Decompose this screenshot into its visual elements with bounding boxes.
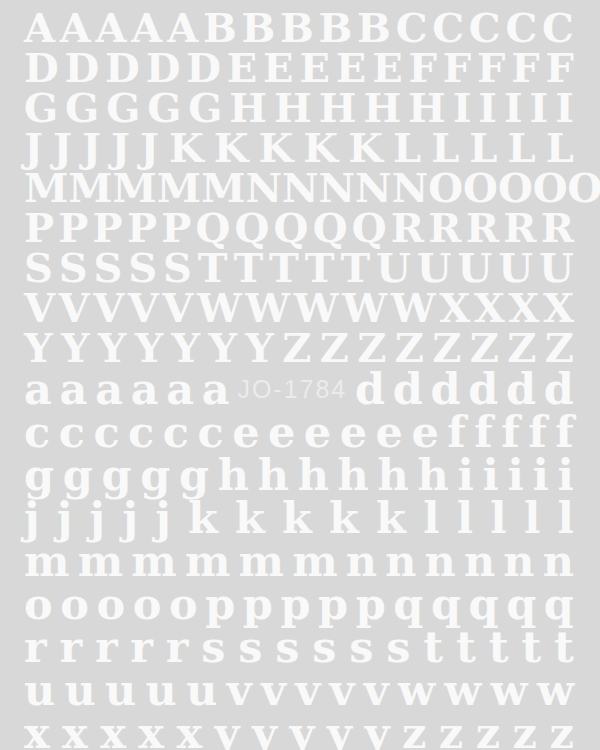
sticker-letter-F[interactable]: F xyxy=(511,48,539,88)
sticker-letter-T[interactable]: T xyxy=(233,248,263,288)
sticker-letter-N[interactable]: N xyxy=(319,168,356,208)
sticker-letter-A[interactable]: A xyxy=(60,8,91,48)
sticker-letter-u[interactable]: u xyxy=(105,669,136,712)
sticker-letter-Z[interactable]: Z xyxy=(320,328,349,368)
sticker-letter-r[interactable]: r xyxy=(130,626,153,669)
sticker-letter-k[interactable]: k xyxy=(376,497,406,540)
sticker-letter-e[interactable]: e xyxy=(411,411,438,454)
sticker-letter-H[interactable]: H xyxy=(229,88,267,128)
sticker-letter-G[interactable]: G xyxy=(106,88,140,128)
sticker-row-11: cccccceeeeeefffff xyxy=(24,411,574,454)
sticker-letter-X[interactable]: X xyxy=(508,288,539,328)
sticker-letter-l[interactable]: l xyxy=(490,497,506,540)
sticker-letter-p[interactable]: p xyxy=(318,583,348,626)
sticker-letter-D[interactable]: D xyxy=(186,48,221,88)
sticker-letter-f[interactable]: f xyxy=(528,411,547,454)
sticker-letter-k[interactable]: k xyxy=(235,497,265,540)
sticker-letter-H[interactable]: H xyxy=(363,88,401,128)
sticker-letter-V[interactable]: V xyxy=(162,288,193,328)
sticker-letter-g[interactable]: g xyxy=(102,454,132,497)
sticker-letter-O[interactable]: O xyxy=(568,168,600,208)
sticker-letter-L[interactable]: L xyxy=(508,128,536,168)
sticker-letter-h[interactable]: h xyxy=(338,454,369,497)
product-code: JO-1784 xyxy=(237,377,347,402)
sticker-letter-W[interactable]: W xyxy=(391,288,436,328)
sticker-letter-B[interactable]: B xyxy=(203,8,237,48)
sticker-row-10: aaaaaaJO-1784dddddd xyxy=(24,368,574,411)
sticker-letter-v[interactable]: v xyxy=(364,669,389,712)
sticker-letter-h[interactable]: h xyxy=(378,454,409,497)
sticker-letter-D[interactable]: D xyxy=(105,48,140,88)
sticker-letter-j[interactable]: j xyxy=(122,497,138,540)
sticker-letter-R[interactable]: R xyxy=(428,208,461,248)
sticker-letter-C[interactable]: C xyxy=(432,8,464,48)
sticker-letter-y[interactable]: y xyxy=(252,712,277,750)
sticker-letter-a[interactable]: a xyxy=(202,368,230,411)
sticker-letter-c[interactable]: c xyxy=(163,411,189,454)
sticker-letter-l[interactable]: l xyxy=(557,497,573,540)
sticker-letter-r[interactable]: r xyxy=(59,626,82,669)
sticker-letter-c[interactable]: c xyxy=(93,411,119,454)
sticker-letter-O[interactable]: O xyxy=(533,168,568,208)
sticker-letter-F[interactable]: F xyxy=(443,48,471,88)
sticker-letter-t[interactable]: t xyxy=(554,626,574,669)
sticker-letter-L[interactable]: L xyxy=(469,128,497,168)
sticker-letter-T[interactable]: T xyxy=(305,248,335,288)
sticker-letter-D[interactable]: D xyxy=(24,48,59,88)
sticker-letter-Y[interactable]: Y xyxy=(208,328,237,368)
sticker-letter-P[interactable]: P xyxy=(127,208,157,248)
sticker-letter-h[interactable]: h xyxy=(298,454,329,497)
sticker-letter-X[interactable]: X xyxy=(543,288,574,328)
sticker-letter-v[interactable]: v xyxy=(227,669,252,712)
sticker-letter-d[interactable]: d xyxy=(506,368,536,411)
sticker-letter-z[interactable]: z xyxy=(513,712,537,750)
sticker-letter-y[interactable]: y xyxy=(364,712,389,750)
sticker-letter-S[interactable]: S xyxy=(163,248,192,288)
sticker-letter-g[interactable]: g xyxy=(140,454,170,497)
sticker-letter-q[interactable]: q xyxy=(431,583,461,626)
sticker-letter-m[interactable]: m xyxy=(239,540,285,583)
sticker-letter-Z[interactable]: Z xyxy=(395,328,424,368)
sticker-letter-x[interactable]: x xyxy=(62,712,88,750)
sticker-letter-D[interactable]: D xyxy=(65,48,100,88)
sticker-letter-H[interactable]: H xyxy=(408,88,446,128)
sticker-letter-F[interactable]: F xyxy=(546,48,574,88)
sticker-letter-j[interactable]: j xyxy=(90,497,106,540)
sticker-row-6: PPPPPQQQQQRRRRR xyxy=(24,208,574,248)
sticker-letter-m[interactable]: m xyxy=(131,540,177,583)
sticker-letter-y[interactable]: y xyxy=(327,712,352,750)
sticker-letter-t[interactable]: t xyxy=(456,626,476,669)
sticker-letter-P[interactable]: P xyxy=(24,208,54,248)
sticker-letter-m[interactable]: m xyxy=(292,540,338,583)
sticker-letter-n[interactable]: n xyxy=(346,540,377,583)
sticker-letter-q[interactable]: q xyxy=(393,583,423,626)
sticker-letter-p[interactable]: p xyxy=(280,583,310,626)
sticker-letter-O[interactable]: O xyxy=(498,168,533,208)
sticker-letter-Q[interactable]: Q xyxy=(195,208,230,248)
sticker-letter-k[interactable]: k xyxy=(329,497,359,540)
sticker-letter-S[interactable]: S xyxy=(59,248,88,288)
sticker-letter-h[interactable]: h xyxy=(417,454,448,497)
sticker-letter-M[interactable]: M xyxy=(201,168,245,208)
sticker-letter-z[interactable]: z xyxy=(439,712,463,750)
sticker-letter-h[interactable]: h xyxy=(258,454,289,497)
sticker-letter-w[interactable]: w xyxy=(537,669,574,712)
sticker-letter-j[interactable]: j xyxy=(57,497,73,540)
sticker-row-7: SSSSSTTTTTUUUUU xyxy=(24,248,574,288)
sticker-letter-s[interactable]: s xyxy=(386,626,410,669)
sticker-letter-K[interactable]: K xyxy=(214,128,249,168)
sticker-letter-Y[interactable]: Y xyxy=(61,328,90,368)
sticker-letter-e[interactable]: e xyxy=(232,411,259,454)
sticker-letter-Z[interactable]: Z xyxy=(357,328,386,368)
sticker-letter-Y[interactable]: Y xyxy=(135,328,164,368)
sticker-letter-M[interactable]: M xyxy=(68,168,112,208)
sticker-letter-D[interactable]: D xyxy=(146,48,181,88)
sticker-letter-B[interactable]: B xyxy=(319,8,353,48)
sticker-letter-E[interactable]: E xyxy=(372,48,403,88)
sticker-letter-K[interactable]: K xyxy=(169,128,204,168)
sticker-letter-q[interactable]: q xyxy=(469,583,499,626)
sticker-letter-t[interactable]: t xyxy=(423,626,443,669)
sticker-letter-Y[interactable]: Y xyxy=(98,328,127,368)
sticker-letter-l[interactable]: l xyxy=(457,497,473,540)
sticker-row-17: uuuuuvvvvvwwww xyxy=(24,669,574,712)
sticker-letter-d[interactable]: d xyxy=(468,368,498,411)
sticker-letter-U[interactable]: U xyxy=(417,248,452,288)
sticker-letter-x[interactable]: x xyxy=(100,712,126,750)
sticker-letter-s[interactable]: s xyxy=(238,626,262,669)
sticker-row-18: xxxxxyyyyyzzzzz xyxy=(24,712,574,750)
sticker-letter-q[interactable]: q xyxy=(544,583,574,626)
sticker-letter-Q[interactable]: Q xyxy=(274,208,309,248)
sticker-letter-e[interactable]: e xyxy=(268,411,295,454)
sticker-letter-K[interactable]: K xyxy=(303,128,338,168)
sticker-letter-J[interactable]: J xyxy=(53,128,72,168)
sticker-letter-a[interactable]: a xyxy=(60,368,88,411)
sticker-row-8: VVVVVWWWWWXXXX xyxy=(24,288,574,328)
sticker-letter-O[interactable]: O xyxy=(428,168,463,208)
sticker-row-16: rrrrrssssssttttt xyxy=(24,626,574,669)
sticker-letter-I[interactable]: I xyxy=(530,88,549,128)
sticker-letter-Q[interactable]: Q xyxy=(313,208,348,248)
sticker-letter-Y[interactable]: Y xyxy=(172,328,201,368)
sticker-letter-i[interactable]: i xyxy=(482,454,498,497)
sticker-letter-j[interactable]: j xyxy=(24,497,40,540)
sticker-letter-L[interactable]: L xyxy=(546,128,574,168)
sticker-letter-T[interactable]: T xyxy=(340,248,370,288)
sticker-letter-f[interactable]: f xyxy=(474,411,493,454)
sticker-letter-o[interactable]: o xyxy=(24,583,53,626)
sticker-letter-M[interactable]: M xyxy=(157,168,201,208)
sticker-letter-c[interactable]: c xyxy=(24,411,50,454)
sticker-letter-f[interactable]: f xyxy=(555,411,574,454)
sticker-letter-Z[interactable]: Z xyxy=(282,328,311,368)
sticker-letter-Z[interactable]: Z xyxy=(470,328,499,368)
sticker-letter-P[interactable]: P xyxy=(58,208,88,248)
sticker-letter-n[interactable]: n xyxy=(464,540,495,583)
sticker-letter-r[interactable]: r xyxy=(95,626,118,669)
sticker-letter-C[interactable]: C xyxy=(396,8,428,48)
sticker-letter-K[interactable]: K xyxy=(348,128,383,168)
sticker-letter-h[interactable]: h xyxy=(218,454,249,497)
sticker-letter-d[interactable]: d xyxy=(544,368,574,411)
sticker-letter-X[interactable]: X xyxy=(474,288,505,328)
sticker-row-2: DDDDDEEEEEFFFFF xyxy=(24,48,574,88)
sticker-letter-e[interactable]: e xyxy=(376,411,403,454)
sticker-letter-T[interactable]: T xyxy=(269,248,299,288)
sticker-row-12: ggggghhhhhhiiiii xyxy=(24,454,574,497)
sticker-letter-m[interactable]: m xyxy=(185,540,231,583)
sticker-letter-N[interactable]: N xyxy=(392,168,429,208)
sticker-letter-x[interactable]: x xyxy=(24,712,50,750)
sticker-letter-K[interactable]: K xyxy=(259,128,294,168)
sticker-letter-J[interactable]: J xyxy=(111,128,130,168)
sticker-letter-u[interactable]: u xyxy=(146,669,177,712)
sticker-letter-g[interactable]: g xyxy=(63,454,93,497)
sticker-letter-z[interactable]: z xyxy=(476,712,500,750)
sticker-letter-t[interactable]: t xyxy=(521,626,541,669)
sticker-letter-C[interactable]: C xyxy=(469,8,501,48)
sticker-letter-S[interactable]: S xyxy=(128,248,157,288)
sticker-letter-a[interactable]: a xyxy=(166,368,194,411)
sticker-letter-F[interactable]: F xyxy=(477,48,505,88)
sticker-letter-f[interactable]: f xyxy=(447,411,466,454)
sticker-letter-G[interactable]: G xyxy=(147,88,181,128)
sticker-letter-N[interactable]: N xyxy=(282,168,319,208)
sticker-letter-E[interactable]: E xyxy=(336,48,367,88)
sticker-letter-H[interactable]: H xyxy=(274,88,312,128)
sticker-letter-S[interactable]: S xyxy=(94,248,123,288)
sticker-letter-I[interactable]: I xyxy=(504,88,523,128)
sticker-letter-u[interactable]: u xyxy=(65,669,96,712)
sticker-letter-H[interactable]: H xyxy=(319,88,357,128)
sticker-letter-e[interactable]: e xyxy=(340,411,367,454)
sticker-letter-O[interactable]: O xyxy=(463,168,498,208)
sticker-letter-S[interactable]: S xyxy=(24,248,53,288)
sticker-letter-y[interactable]: y xyxy=(215,712,240,750)
sticker-letter-A[interactable]: A xyxy=(96,8,127,48)
sticker-letter-p[interactable]: p xyxy=(243,583,273,626)
sticker-letter-v[interactable]: v xyxy=(261,669,286,712)
sticker-letter-Z[interactable]: Z xyxy=(507,328,536,368)
sticker-letter-M[interactable]: M xyxy=(24,168,68,208)
sticker-letter-M[interactable]: M xyxy=(113,168,157,208)
sticker-letter-A[interactable]: A xyxy=(131,8,162,48)
sticker-letter-k[interactable]: k xyxy=(282,497,312,540)
sticker-letter-B[interactable]: B xyxy=(241,8,275,48)
sticker-letter-d[interactable]: d xyxy=(430,368,460,411)
sticker-row-5: MMMMMNNNNNOOOOO xyxy=(24,168,574,208)
sticker-letter-U[interactable]: U xyxy=(498,248,533,288)
sticker-letter-R[interactable]: R xyxy=(466,208,499,248)
sticker-letter-R[interactable]: R xyxy=(503,208,536,248)
sticker-letter-o[interactable]: o xyxy=(169,583,198,626)
sticker-letter-d[interactable]: d xyxy=(355,368,385,411)
sticker-letter-y[interactable]: y xyxy=(289,712,314,750)
sticker-letter-J[interactable]: J xyxy=(24,128,43,168)
sticker-letter-W[interactable]: W xyxy=(197,288,242,328)
sticker-row-14: mmmmmmnnnnnn xyxy=(24,540,574,583)
sticker-letter-z[interactable]: z xyxy=(402,712,426,750)
sticker-letter-z[interactable]: z xyxy=(549,712,573,750)
sticker-letter-p[interactable]: p xyxy=(205,583,235,626)
sticker-letter-C[interactable]: C xyxy=(542,8,574,48)
sticker-letter-B[interactable]: B xyxy=(280,8,314,48)
sticker-row-9: YYYYYYYZZZZZZZZ xyxy=(24,328,574,368)
sticker-letter-R[interactable]: R xyxy=(391,208,424,248)
sticker-letter-u[interactable]: u xyxy=(186,669,217,712)
sticker-letter-t[interactable]: t xyxy=(489,626,509,669)
sticker-row-4: JJJJJKKKKKLLLLL xyxy=(24,128,574,168)
sticker-letter-a[interactable]: a xyxy=(131,368,159,411)
sticker-letter-x[interactable]: x xyxy=(138,712,164,750)
sticker-letter-Q[interactable]: Q xyxy=(235,208,270,248)
sticker-letter-W[interactable]: W xyxy=(245,288,290,328)
sticker-letter-f[interactable]: f xyxy=(501,411,520,454)
sticker-letter-T[interactable]: T xyxy=(198,248,228,288)
sticker-letter-p[interactable]: p xyxy=(356,583,386,626)
sticker-letter-m[interactable]: m xyxy=(78,540,124,583)
sticker-row-1: AAAAABBBBBCCCCC xyxy=(24,8,574,48)
sticker-letter-d[interactable]: d xyxy=(393,368,423,411)
sticker-letter-L[interactable]: L xyxy=(393,128,421,168)
sticker-letter-I[interactable]: I xyxy=(555,88,574,128)
sticker-letter-U[interactable]: U xyxy=(458,248,493,288)
sticker-letter-Z[interactable]: Z xyxy=(545,328,574,368)
sticker-letter-g[interactable]: g xyxy=(179,454,209,497)
sticker-letter-Y[interactable]: Y xyxy=(245,328,274,368)
sticker-letter-V[interactable]: V xyxy=(59,288,90,328)
sticker-letter-R[interactable]: R xyxy=(541,208,574,248)
sticker-letter-s[interactable]: s xyxy=(275,626,299,669)
sticker-sheet: AAAAABBBBBCCCCCDDDDDEEEEEFFFFFGGGGGHHHHH… xyxy=(0,0,600,750)
sticker-letter-i[interactable]: i xyxy=(532,454,548,497)
sticker-letter-N[interactable]: N xyxy=(245,168,282,208)
sticker-letter-W[interactable]: W xyxy=(294,288,339,328)
sticker-letter-U[interactable]: U xyxy=(376,248,411,288)
sticker-letter-n[interactable]: n xyxy=(425,540,456,583)
sticker-row-3: GGGGGHHHHHIIIII xyxy=(24,88,574,128)
sticker-letter-X[interactable]: X xyxy=(439,288,470,328)
sticker-letter-I[interactable]: I xyxy=(453,88,472,128)
sticker-letter-n[interactable]: n xyxy=(503,540,534,583)
sticker-letter-m[interactable]: m xyxy=(24,540,70,583)
sticker-letter-w[interactable]: w xyxy=(398,669,435,712)
sticker-letter-s[interactable]: s xyxy=(312,626,336,669)
sticker-letter-w[interactable]: w xyxy=(444,669,481,712)
sticker-letter-a[interactable]: a xyxy=(24,368,52,411)
sticker-letter-E[interactable]: E xyxy=(227,48,258,88)
sticker-letter-G[interactable]: G xyxy=(188,88,222,128)
sticker-letter-l[interactable]: l xyxy=(423,497,439,540)
sticker-letter-v[interactable]: v xyxy=(329,669,354,712)
sticker-letter-P[interactable]: P xyxy=(93,208,123,248)
sticker-letter-g[interactable]: g xyxy=(24,454,54,497)
sticker-letter-w[interactable]: w xyxy=(491,669,528,712)
sticker-letter-l[interactable]: l xyxy=(524,497,540,540)
sticker-letter-Z[interactable]: Z xyxy=(432,328,461,368)
sticker-letter-e[interactable]: e xyxy=(304,411,331,454)
sticker-row-15: ooooopppppqqqqq xyxy=(24,583,574,626)
sticker-letter-J[interactable]: J xyxy=(82,128,101,168)
sticker-letter-c[interactable]: c xyxy=(128,411,154,454)
sticker-letter-N[interactable]: N xyxy=(355,168,392,208)
sticker-letter-i[interactable]: i xyxy=(457,454,473,497)
sticker-letter-V[interactable]: V xyxy=(128,288,159,328)
sticker-letter-o[interactable]: o xyxy=(60,583,89,626)
sticker-letter-J[interactable]: J xyxy=(140,128,159,168)
sticker-letter-i[interactable]: i xyxy=(507,454,523,497)
sticker-letter-x[interactable]: x xyxy=(176,712,202,750)
sticker-letter-B[interactable]: B xyxy=(357,8,391,48)
sticker-letter-o[interactable]: o xyxy=(96,583,125,626)
sticker-letter-a[interactable]: a xyxy=(95,368,123,411)
sticker-letter-s[interactable]: s xyxy=(201,626,225,669)
sticker-letter-r[interactable]: r xyxy=(166,626,189,669)
sticker-letter-V[interactable]: V xyxy=(24,288,55,328)
sticker-letter-E[interactable]: E xyxy=(263,48,294,88)
sticker-letter-o[interactable]: o xyxy=(133,583,162,626)
sticker-letter-Q[interactable]: Q xyxy=(352,208,387,248)
sticker-letter-v[interactable]: v xyxy=(295,669,320,712)
sticker-letter-G[interactable]: G xyxy=(65,88,99,128)
sticker-letter-U[interactable]: U xyxy=(539,248,574,288)
sticker-letter-s[interactable]: s xyxy=(349,626,373,669)
sticker-letter-W[interactable]: W xyxy=(342,288,387,328)
sticker-letter-q[interactable]: q xyxy=(506,583,536,626)
sticker-letter-F[interactable]: F xyxy=(409,48,437,88)
sticker-letter-I[interactable]: I xyxy=(478,88,497,128)
sticker-letter-c[interactable]: c xyxy=(197,411,223,454)
sticker-letter-C[interactable]: C xyxy=(505,8,537,48)
sticker-letter-A[interactable]: A xyxy=(24,8,55,48)
sticker-letter-Y[interactable]: Y xyxy=(24,328,53,368)
sticker-letter-k[interactable]: k xyxy=(188,497,218,540)
sticker-letter-n[interactable]: n xyxy=(543,540,574,583)
sticker-letter-P[interactable]: P xyxy=(161,208,191,248)
sticker-letter-j[interactable]: j xyxy=(155,497,171,540)
sticker-row-13: jjjjjkkkkklllll xyxy=(24,497,574,540)
sticker-letter-L[interactable]: L xyxy=(431,128,459,168)
sticker-letter-n[interactable]: n xyxy=(385,540,416,583)
sticker-letter-A[interactable]: A xyxy=(167,8,198,48)
sticker-letter-u[interactable]: u xyxy=(24,669,55,712)
sticker-letter-G[interactable]: G xyxy=(24,88,58,128)
sticker-letter-V[interactable]: V xyxy=(93,288,124,328)
sticker-letter-c[interactable]: c xyxy=(59,411,85,454)
sticker-letter-r[interactable]: r xyxy=(24,626,47,669)
sticker-letter-i[interactable]: i xyxy=(557,454,573,497)
sticker-letter-E[interactable]: E xyxy=(299,48,330,88)
